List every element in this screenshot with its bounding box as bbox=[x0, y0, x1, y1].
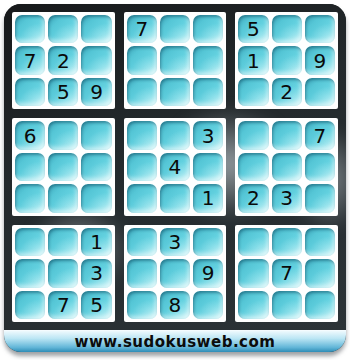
cell-value: 6 bbox=[24, 126, 37, 146]
cell-r8c7[interactable] bbox=[238, 259, 268, 287]
cell-r2c6[interactable] bbox=[193, 46, 223, 74]
cell-r6c9[interactable] bbox=[305, 184, 335, 212]
sudoku-widget: 7259 7 5192 6 341 723 1375 398 7 www.sud… bbox=[4, 4, 346, 352]
cell-r2c5[interactable] bbox=[160, 46, 190, 74]
cell-r9c6[interactable] bbox=[193, 291, 223, 319]
cell-r6c8[interactable]: 3 bbox=[272, 184, 302, 212]
cell-r3c4[interactable] bbox=[127, 78, 157, 106]
cell-r6c2[interactable] bbox=[48, 184, 78, 212]
cell-r4c7[interactable] bbox=[238, 121, 268, 149]
cell-value: 2 bbox=[57, 51, 70, 71]
cell-r6c7[interactable]: 2 bbox=[238, 184, 268, 212]
cell-r8c6[interactable]: 9 bbox=[193, 259, 223, 287]
footer-banner: www.sudokusweb.com bbox=[4, 330, 346, 352]
cell-r9c4[interactable] bbox=[127, 291, 157, 319]
cell-r4c2[interactable] bbox=[48, 121, 78, 149]
cell-value: 7 bbox=[24, 51, 37, 71]
cell-r8c8[interactable]: 7 bbox=[272, 259, 302, 287]
cell-value: 5 bbox=[90, 295, 103, 315]
cell-value: 7 bbox=[280, 263, 293, 283]
cell-value: 5 bbox=[57, 82, 70, 102]
cell-r3c7[interactable] bbox=[238, 78, 268, 106]
cell-r3c9[interactable] bbox=[305, 78, 335, 106]
cell-value: 7 bbox=[57, 295, 70, 315]
cell-r5c5[interactable]: 4 bbox=[160, 153, 190, 181]
cell-r4c4[interactable] bbox=[127, 121, 157, 149]
cell-r7c8[interactable] bbox=[272, 228, 302, 256]
cell-value: 8 bbox=[169, 295, 182, 315]
cell-value: 1 bbox=[90, 232, 103, 252]
cell-r3c2[interactable]: 5 bbox=[48, 78, 78, 106]
box-middle-right: 723 bbox=[235, 118, 338, 215]
cell-r7c4[interactable] bbox=[127, 228, 157, 256]
cell-value: 9 bbox=[314, 51, 327, 71]
box-bottom-middle: 398 bbox=[124, 225, 227, 322]
cell-r8c4[interactable] bbox=[127, 259, 157, 287]
cell-r5c6[interactable] bbox=[193, 153, 223, 181]
cell-value: 3 bbox=[202, 126, 215, 146]
site-link[interactable]: www.sudokusweb.com bbox=[75, 333, 276, 351]
cell-r1c5[interactable] bbox=[160, 15, 190, 43]
cell-r1c3[interactable] bbox=[81, 15, 111, 43]
cell-r7c5[interactable]: 3 bbox=[160, 228, 190, 256]
cell-value: 7 bbox=[135, 19, 148, 39]
cell-r6c6[interactable]: 1 bbox=[193, 184, 223, 212]
cell-value: 4 bbox=[169, 157, 182, 177]
cell-r3c6[interactable] bbox=[193, 78, 223, 106]
cell-r4c3[interactable] bbox=[81, 121, 111, 149]
cell-r5c7[interactable] bbox=[238, 153, 268, 181]
box-top-middle: 7 bbox=[124, 12, 227, 109]
cell-value: 3 bbox=[90, 263, 103, 283]
cell-value: 3 bbox=[169, 232, 182, 252]
cell-r9c3[interactable]: 5 bbox=[81, 291, 111, 319]
cell-r6c1[interactable] bbox=[15, 184, 45, 212]
cell-r9c7[interactable] bbox=[238, 291, 268, 319]
box-middle-left: 6 bbox=[12, 118, 115, 215]
cell-r8c2[interactable] bbox=[48, 259, 78, 287]
cell-r4c9[interactable]: 7 bbox=[305, 121, 335, 149]
cell-r3c3[interactable]: 9 bbox=[81, 78, 111, 106]
cell-r8c3[interactable]: 3 bbox=[81, 259, 111, 287]
box-middle-middle: 341 bbox=[124, 118, 227, 215]
cell-r9c9[interactable] bbox=[305, 291, 335, 319]
cell-value: 2 bbox=[280, 82, 293, 102]
cell-value: 1 bbox=[247, 51, 260, 71]
cell-r3c1[interactable] bbox=[15, 78, 45, 106]
box-top-left: 7259 bbox=[12, 12, 115, 109]
cell-r1c2[interactable] bbox=[48, 15, 78, 43]
cell-r5c1[interactable] bbox=[15, 153, 45, 181]
cell-value: 2 bbox=[247, 188, 260, 208]
cell-r5c8[interactable] bbox=[272, 153, 302, 181]
cell-value: 5 bbox=[247, 19, 260, 39]
cell-r3c8[interactable]: 2 bbox=[272, 78, 302, 106]
cell-r2c1[interactable]: 7 bbox=[15, 46, 45, 74]
cell-r5c3[interactable] bbox=[81, 153, 111, 181]
cell-value: 9 bbox=[202, 263, 215, 283]
cell-r2c8[interactable] bbox=[272, 46, 302, 74]
cell-r4c5[interactable] bbox=[160, 121, 190, 149]
cell-r2c3[interactable] bbox=[81, 46, 111, 74]
box-bottom-right: 7 bbox=[235, 225, 338, 322]
sudoku-grid: 7259 7 5192 6 341 723 1375 398 7 bbox=[12, 12, 338, 322]
cell-r9c8[interactable] bbox=[272, 291, 302, 319]
cell-r8c1[interactable] bbox=[15, 259, 45, 287]
cell-r6c4[interactable] bbox=[127, 184, 157, 212]
box-top-right: 5192 bbox=[235, 12, 338, 109]
cell-r7c1[interactable] bbox=[15, 228, 45, 256]
box-bottom-left: 1375 bbox=[12, 225, 115, 322]
cell-r4c8[interactable] bbox=[272, 121, 302, 149]
cell-r1c6[interactable] bbox=[193, 15, 223, 43]
cell-value: 9 bbox=[90, 82, 103, 102]
cell-r1c1[interactable] bbox=[15, 15, 45, 43]
cell-r1c7[interactable]: 5 bbox=[238, 15, 268, 43]
cell-value: 3 bbox=[280, 188, 293, 208]
cell-r5c2[interactable] bbox=[48, 153, 78, 181]
cell-r6c5[interactable] bbox=[160, 184, 190, 212]
cell-r5c4[interactable] bbox=[127, 153, 157, 181]
cell-r8c9[interactable] bbox=[305, 259, 335, 287]
cell-r9c2[interactable]: 7 bbox=[48, 291, 78, 319]
cell-r6c3[interactable] bbox=[81, 184, 111, 212]
cell-r1c4[interactable]: 7 bbox=[127, 15, 157, 43]
cell-r9c5[interactable]: 8 bbox=[160, 291, 190, 319]
cell-r2c7[interactable]: 1 bbox=[238, 46, 268, 74]
cell-r8c5[interactable] bbox=[160, 259, 190, 287]
cell-r7c3[interactable]: 1 bbox=[81, 228, 111, 256]
cell-r4c6[interactable]: 3 bbox=[193, 121, 223, 149]
cell-r7c9[interactable] bbox=[305, 228, 335, 256]
cell-r2c9[interactable]: 9 bbox=[305, 46, 335, 74]
cell-r2c4[interactable] bbox=[127, 46, 157, 74]
cell-r3c5[interactable] bbox=[160, 78, 190, 106]
cell-value: 1 bbox=[202, 188, 215, 208]
cell-r5c9[interactable] bbox=[305, 153, 335, 181]
cell-r7c6[interactable] bbox=[193, 228, 223, 256]
cell-value: 7 bbox=[314, 126, 327, 146]
cell-r9c1[interactable] bbox=[15, 291, 45, 319]
cell-r4c1[interactable]: 6 bbox=[15, 121, 45, 149]
cell-r1c8[interactable] bbox=[272, 15, 302, 43]
cell-r2c2[interactable]: 2 bbox=[48, 46, 78, 74]
cell-r7c2[interactable] bbox=[48, 228, 78, 256]
cell-r1c9[interactable] bbox=[305, 15, 335, 43]
board-area: 7259 7 5192 6 341 723 1375 398 7 bbox=[4, 4, 346, 330]
cell-r7c7[interactable] bbox=[238, 228, 268, 256]
